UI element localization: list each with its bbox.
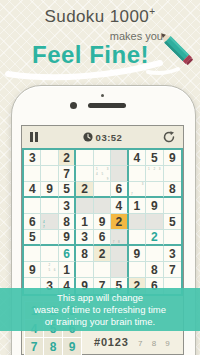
sudoku-cell-r8c8[interactable]: 8 <box>146 262 163 278</box>
pencil-icon <box>150 22 200 74</box>
sudoku-cell-r2c5[interactable]: 13459 <box>94 166 111 182</box>
sudoku-cell-r8c3[interactable]: 1 <box>59 262 76 278</box>
sudoku-cell-r2c8[interactable]: 123 <box>146 166 163 182</box>
sudoku-cell-r4c5[interactable] <box>94 198 111 214</box>
sudoku-cell-r7c6[interactable] <box>111 246 128 262</box>
sudoku-cell-r7c4[interactable]: 8 <box>76 246 93 262</box>
sudoku-cell-r2c4[interactable] <box>76 166 93 182</box>
timer-value: 03:52 <box>96 132 123 143</box>
sudoku-cell-r1c2[interactable] <box>41 150 58 166</box>
sudoku-cell-r5c9[interactable]: 5 <box>164 214 181 230</box>
sudoku-cell-r7c3[interactable]: 6 <box>59 246 76 262</box>
keypad-key-7[interactable]: 7 <box>25 338 43 355</box>
sudoku-cell-r2c2[interactable] <box>41 166 58 182</box>
sudoku-cell-r5c3[interactable]: 8 <box>59 214 76 230</box>
sudoku-cell-r7c1[interactable] <box>24 246 41 262</box>
sudoku-cell-r5c2[interactable]: 47 <box>41 214 58 230</box>
sudoku-cell-r1c7[interactable]: 4 <box>129 150 146 166</box>
sudoku-cell-r2c6[interactable] <box>111 166 128 182</box>
sudoku-cell-r3c9[interactable]: 8 <box>164 182 181 198</box>
sudoku-cell-r5c1[interactable]: 6 <box>24 214 41 230</box>
promo-banner: This app will change waste of time to re… <box>0 288 200 331</box>
sudoku-cell-r4c4[interactable] <box>76 198 93 214</box>
sudoku-cell-r1c5[interactable] <box>94 150 111 166</box>
digit-counter: 7 8 9 <box>138 339 173 348</box>
clock-icon <box>83 132 93 142</box>
sudoku-cell-r3c6[interactable]: 6 <box>111 182 128 198</box>
sudoku-cell-r3c1[interactable]: 4 <box>24 182 41 198</box>
sudoku-cell-r3c2[interactable]: 9 <box>41 182 58 198</box>
sudoku-cell-r3c3[interactable]: 5 <box>59 182 76 198</box>
sudoku-cell-r8c9[interactable]: 7 <box>164 262 181 278</box>
sudoku-cell-r1c1[interactable]: 3 <box>24 150 41 166</box>
sudoku-cell-r3c8[interactable] <box>146 182 163 198</box>
sudoku-cell-r8c7[interactable] <box>129 262 146 278</box>
sudoku-cell-r4c8[interactable]: 9 <box>146 198 163 214</box>
sudoku-cell-r6c5[interactable]: 6 <box>94 230 111 246</box>
puzzle-number: #0123 <box>94 336 129 348</box>
sudoku-cell-r4c1[interactable] <box>24 198 41 214</box>
sudoku-cell-r5c6[interactable]: 2 <box>111 214 128 230</box>
sudoku-cell-r7c2[interactable] <box>41 246 58 262</box>
sudoku-cell-r2c7[interactable] <box>129 166 146 182</box>
sudoku-cell-r6c4[interactable]: 3 <box>76 230 93 246</box>
sudoku-cell-r8c1[interactable]: 9 <box>24 262 41 278</box>
sudoku-cell-r4c9[interactable] <box>164 198 181 214</box>
sudoku-cell-r6c3[interactable]: 9 <box>59 230 76 246</box>
sudoku-cell-r6c7[interactable] <box>129 230 146 246</box>
sudoku-cell-r5c5[interactable]: 9 <box>94 214 111 230</box>
keypad-key-9[interactable]: 9 <box>63 338 81 355</box>
sudoku-cell-r8c5[interactable] <box>94 262 111 278</box>
sudoku-cell-r6c9[interactable] <box>164 230 181 246</box>
sensor-dot-icon <box>101 94 104 97</box>
sudoku-board: 3245971345912349526378341964781925593678… <box>22 148 183 296</box>
sudoku-cell-r4c6[interactable]: 4 <box>111 198 128 214</box>
sudoku-cell-r7c9[interactable]: 3 <box>164 246 181 262</box>
sudoku-cell-r6c8[interactable]: 2 <box>146 230 163 246</box>
sudoku-cell-r3c4[interactable]: 2 <box>76 182 93 198</box>
sudoku-cell-r2c9[interactable] <box>164 166 181 182</box>
sudoku-cell-r1c8[interactable]: 5 <box>146 150 163 166</box>
sudoku-cell-r1c6[interactable] <box>111 150 128 166</box>
sudoku-cell-r7c8[interactable] <box>146 246 163 262</box>
sudoku-cell-r3c5[interactable] <box>94 182 111 198</box>
sudoku-cell-r2c1[interactable] <box>24 166 41 182</box>
app-toolbar: 03:52 <box>22 126 183 148</box>
keypad-key-8[interactable]: 8 <box>44 338 62 355</box>
sudoku-cell-r4c2[interactable] <box>41 198 58 214</box>
timer: 03:52 <box>22 126 183 148</box>
sudoku-cell-r1c4[interactable] <box>76 150 93 166</box>
sudoku-cell-r7c7[interactable]: 9 <box>129 246 146 262</box>
sudoku-cell-r6c6[interactable]: 78 <box>111 230 128 246</box>
sudoku-cell-r1c9[interactable]: 9 <box>164 150 181 166</box>
speaker-icon <box>88 103 126 108</box>
banner-line-2: waste of time to refreshing time <box>0 304 200 316</box>
banner-line-1: This app will change <box>0 292 200 304</box>
sudoku-cell-r1c3[interactable]: 2 <box>59 150 76 166</box>
front-camera-icon <box>70 102 77 109</box>
screenshot-root: Sudoku 1000+ makes you Feel Fine! 03:52 <box>0 0 200 355</box>
sudoku-cell-r6c2[interactable] <box>41 230 58 246</box>
sudoku-cell-r4c7[interactable]: 1 <box>129 198 146 214</box>
restart-button[interactable] <box>162 130 176 144</box>
sudoku-cell-r5c7[interactable] <box>129 214 146 230</box>
page-tagline: Feel Fine! <box>32 41 149 69</box>
title-plus: + <box>149 6 155 17</box>
sudoku-cell-r8c4[interactable] <box>76 262 93 278</box>
sudoku-cell-r3c7[interactable]: 37 <box>129 182 146 198</box>
sudoku-cell-r5c4[interactable]: 1 <box>76 214 93 230</box>
sudoku-cell-r5c8[interactable] <box>146 214 163 230</box>
sudoku-cell-r2c3[interactable]: 7 <box>59 166 76 182</box>
banner-line-3: or training your brain time. <box>0 316 200 328</box>
sudoku-cell-r7c5[interactable]: 2 <box>94 246 111 262</box>
sudoku-cell-r8c6[interactable] <box>111 262 128 278</box>
sudoku-cell-r6c1[interactable]: 5 <box>24 230 41 246</box>
sudoku-cell-r8c2[interactable]: 256 <box>41 262 58 278</box>
sudoku-cell-r4c3[interactable]: 3 <box>59 198 76 214</box>
